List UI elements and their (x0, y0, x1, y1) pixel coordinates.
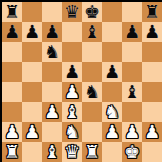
square-b4[interactable] (22, 82, 42, 102)
square-e2[interactable] (82, 122, 102, 142)
square-e7[interactable]: ♝ (82, 22, 102, 42)
square-c4[interactable] (42, 82, 62, 102)
square-f2[interactable]: ♟ (102, 122, 122, 142)
square-b8[interactable] (22, 2, 42, 22)
square-e8[interactable]: ♚ (82, 2, 102, 22)
piece-black-rook[interactable]: ♜ (4, 2, 20, 22)
square-d5[interactable]: ♟ (62, 62, 82, 82)
square-e3[interactable] (82, 102, 102, 122)
piece-white-knight[interactable]: ♞ (104, 102, 120, 122)
square-f1[interactable] (102, 142, 122, 162)
square-h7[interactable]: ♟ (142, 22, 162, 42)
piece-black-knight[interactable]: ♞ (84, 82, 100, 102)
square-f5[interactable]: ♟ (102, 62, 122, 82)
square-a6[interactable] (2, 42, 22, 62)
piece-black-pawn[interactable]: ♟ (104, 62, 120, 82)
square-b3[interactable] (22, 102, 42, 122)
square-c6[interactable]: ♞ (42, 42, 62, 62)
square-f4[interactable] (102, 82, 122, 102)
piece-white-bishop[interactable]: ♝ (44, 142, 60, 162)
piece-white-bishop[interactable]: ♝ (64, 102, 80, 122)
square-b5[interactable] (22, 62, 42, 82)
piece-black-pawn[interactable]: ♟ (44, 22, 60, 42)
square-g7[interactable]: ♟ (122, 22, 142, 42)
square-g3[interactable] (122, 102, 142, 122)
square-a1[interactable]: ♜ (2, 142, 22, 162)
piece-white-king[interactable]: ♚ (124, 142, 140, 162)
square-g4[interactable]: ♝ (122, 82, 142, 102)
square-b6[interactable] (22, 42, 42, 62)
piece-black-queen[interactable]: ♛ (64, 2, 80, 22)
piece-white-pawn[interactable]: ♟ (24, 122, 40, 142)
piece-white-pawn[interactable]: ♟ (64, 82, 80, 102)
square-c7[interactable]: ♟ (42, 22, 62, 42)
square-g1[interactable]: ♚ (122, 142, 142, 162)
chess-board: ♜♛♚♜♟♟♟♝♟♟♞♟♟♟♞♝♟♝♞♟♟♞♟♟♟♜♝♛♜♚ (2, 2, 162, 162)
square-h4[interactable] (142, 82, 162, 102)
square-d2[interactable]: ♞ (62, 122, 82, 142)
piece-black-king[interactable]: ♚ (84, 2, 100, 22)
piece-black-rook[interactable]: ♜ (144, 2, 160, 22)
piece-white-pawn[interactable]: ♟ (4, 122, 20, 142)
square-h5[interactable] (142, 62, 162, 82)
square-a3[interactable] (2, 102, 22, 122)
square-e4[interactable]: ♞ (82, 82, 102, 102)
piece-white-pawn[interactable]: ♟ (104, 122, 120, 142)
piece-white-pawn[interactable]: ♟ (44, 102, 60, 122)
square-a2[interactable]: ♟ (2, 122, 22, 142)
piece-black-pawn[interactable]: ♟ (124, 22, 140, 42)
piece-black-pawn[interactable]: ♟ (64, 62, 80, 82)
square-d3[interactable]: ♝ (62, 102, 82, 122)
board-frame: ♜♛♚♜♟♟♟♝♟♟♞♟♟♟♞♝♟♝♞♟♟♞♟♟♟♜♝♛♜♚ (0, 0, 162, 162)
piece-white-pawn[interactable]: ♟ (144, 122, 160, 142)
square-c3[interactable]: ♟ (42, 102, 62, 122)
square-g8[interactable] (122, 2, 142, 22)
square-a8[interactable]: ♜ (2, 2, 22, 22)
square-h3[interactable] (142, 102, 162, 122)
piece-black-pawn[interactable]: ♟ (4, 22, 20, 42)
square-b1[interactable] (22, 142, 42, 162)
square-a7[interactable]: ♟ (2, 22, 22, 42)
square-d7[interactable] (62, 22, 82, 42)
square-b2[interactable]: ♟ (22, 122, 42, 142)
square-e5[interactable] (82, 62, 102, 82)
square-h6[interactable] (142, 42, 162, 62)
square-d6[interactable] (62, 42, 82, 62)
piece-black-knight[interactable]: ♞ (44, 42, 60, 62)
piece-black-pawn[interactable]: ♟ (144, 22, 160, 42)
square-h8[interactable]: ♜ (142, 2, 162, 22)
square-d4[interactable]: ♟ (62, 82, 82, 102)
square-g6[interactable] (122, 42, 142, 62)
square-c2[interactable] (42, 122, 62, 142)
square-h1[interactable] (142, 142, 162, 162)
piece-white-knight[interactable]: ♞ (64, 122, 80, 142)
square-d8[interactable]: ♛ (62, 2, 82, 22)
piece-white-pawn[interactable]: ♟ (124, 122, 140, 142)
square-d1[interactable]: ♛ (62, 142, 82, 162)
square-c8[interactable] (42, 2, 62, 22)
square-f7[interactable] (102, 22, 122, 42)
piece-white-queen[interactable]: ♛ (64, 142, 80, 162)
square-g5[interactable] (122, 62, 142, 82)
square-b7[interactable]: ♟ (22, 22, 42, 42)
piece-black-pawn[interactable]: ♟ (24, 22, 40, 42)
square-f3[interactable]: ♞ (102, 102, 122, 122)
piece-black-bishop[interactable]: ♝ (124, 82, 140, 102)
square-g2[interactable]: ♟ (122, 122, 142, 142)
piece-white-rook[interactable]: ♜ (84, 142, 100, 162)
square-h2[interactable]: ♟ (142, 122, 162, 142)
square-a5[interactable] (2, 62, 22, 82)
square-e6[interactable] (82, 42, 102, 62)
piece-black-bishop[interactable]: ♝ (84, 22, 100, 42)
piece-white-rook[interactable]: ♜ (4, 142, 20, 162)
square-c5[interactable] (42, 62, 62, 82)
square-f8[interactable] (102, 2, 122, 22)
square-a4[interactable] (2, 82, 22, 102)
square-e1[interactable]: ♜ (82, 142, 102, 162)
square-f6[interactable] (102, 42, 122, 62)
square-c1[interactable]: ♝ (42, 142, 62, 162)
